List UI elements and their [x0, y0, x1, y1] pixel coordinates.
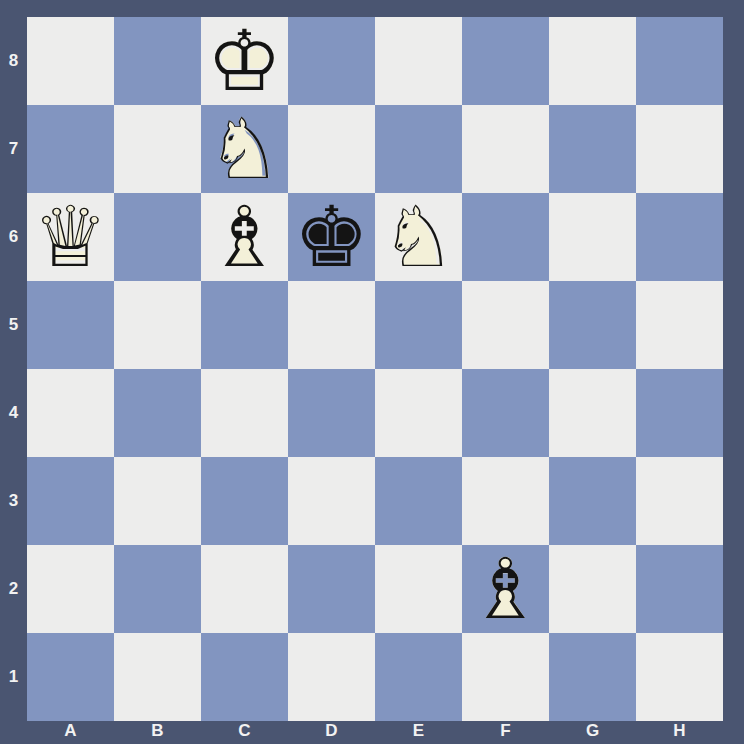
square-d4[interactable] [288, 369, 375, 457]
square-f8[interactable] [462, 17, 549, 105]
white-bishop-icon: ♗ [462, 545, 549, 633]
square-c3[interactable] [201, 457, 288, 545]
square-d1[interactable] [288, 633, 375, 721]
square-h3[interactable] [636, 457, 723, 545]
rank-label-1: 1 [0, 633, 27, 721]
rank-label-2: 2 [0, 545, 27, 633]
square-h1[interactable] [636, 633, 723, 721]
rank-label-7: 7 [0, 105, 27, 193]
piece-white-knight[interactable]: ♞♘ [201, 105, 288, 193]
square-d7[interactable] [288, 105, 375, 193]
square-a2[interactable] [27, 545, 114, 633]
square-f6[interactable] [462, 193, 549, 281]
square-c4[interactable] [201, 369, 288, 457]
white-knight-icon: ♘ [375, 193, 462, 281]
square-e2[interactable] [375, 545, 462, 633]
rank-label-5: 5 [0, 281, 27, 369]
square-c5[interactable] [201, 281, 288, 369]
square-f2[interactable]: ♝♗ [462, 545, 549, 633]
square-f4[interactable] [462, 369, 549, 457]
file-label-c: C [201, 721, 288, 744]
square-f7[interactable] [462, 105, 549, 193]
square-b4[interactable] [114, 369, 201, 457]
square-e3[interactable] [375, 457, 462, 545]
white-queen-icon: ♕ [27, 193, 114, 281]
piece-white-bishop[interactable]: ♝♗ [462, 545, 549, 633]
square-g5[interactable] [549, 281, 636, 369]
square-b6[interactable] [114, 193, 201, 281]
square-c6[interactable]: ♝♗ [201, 193, 288, 281]
piece-white-bishop[interactable]: ♝♗ [201, 193, 288, 281]
square-h8[interactable] [636, 17, 723, 105]
square-a1[interactable] [27, 633, 114, 721]
square-g3[interactable] [549, 457, 636, 545]
square-c2[interactable] [201, 545, 288, 633]
file-label-h: H [636, 721, 723, 744]
piece-black-king[interactable]: ♚ [288, 193, 375, 281]
square-a5[interactable] [27, 281, 114, 369]
square-g7[interactable] [549, 105, 636, 193]
file-label-d: D [288, 721, 375, 744]
white-bishop-icon: ♗ [201, 193, 288, 281]
square-e4[interactable] [375, 369, 462, 457]
square-a4[interactable] [27, 369, 114, 457]
square-c7[interactable]: ♞♘ [201, 105, 288, 193]
square-c1[interactable] [201, 633, 288, 721]
square-e5[interactable] [375, 281, 462, 369]
square-c8[interactable]: ♚♔ [201, 17, 288, 105]
square-g6[interactable] [549, 193, 636, 281]
square-e7[interactable] [375, 105, 462, 193]
square-g2[interactable] [549, 545, 636, 633]
file-label-a: A [27, 721, 114, 744]
rank-label-6: 6 [0, 193, 27, 281]
square-e8[interactable] [375, 17, 462, 105]
square-h4[interactable] [636, 369, 723, 457]
square-h6[interactable] [636, 193, 723, 281]
file-label-g: G [549, 721, 636, 744]
square-f1[interactable] [462, 633, 549, 721]
square-g4[interactable] [549, 369, 636, 457]
square-d8[interactable] [288, 17, 375, 105]
square-h7[interactable] [636, 105, 723, 193]
square-b7[interactable] [114, 105, 201, 193]
rank-label-3: 3 [0, 457, 27, 545]
square-d3[interactable] [288, 457, 375, 545]
square-d6[interactable]: ♚ [288, 193, 375, 281]
square-b3[interactable] [114, 457, 201, 545]
square-h5[interactable] [636, 281, 723, 369]
chess-board: 8♚♔7♞♘6♛♕♝♗♚♞♘5432♝♗1ABCDEFGH [0, 0, 744, 744]
square-f5[interactable] [462, 281, 549, 369]
file-label-e: E [375, 721, 462, 744]
piece-white-queen[interactable]: ♛♕ [27, 193, 114, 281]
rank-label-4: 4 [0, 369, 27, 457]
square-a7[interactable] [27, 105, 114, 193]
square-b1[interactable] [114, 633, 201, 721]
square-g1[interactable] [549, 633, 636, 721]
rank-label-8: 8 [0, 17, 27, 105]
black-king-icon: ♚ [288, 193, 375, 281]
square-e1[interactable] [375, 633, 462, 721]
board-frame: 8♚♔7♞♘6♛♕♝♗♚♞♘5432♝♗1ABCDEFGH [0, 0, 744, 744]
square-a8[interactable] [27, 17, 114, 105]
square-e6[interactable]: ♞♘ [375, 193, 462, 281]
square-a6[interactable]: ♛♕ [27, 193, 114, 281]
square-b2[interactable] [114, 545, 201, 633]
file-label-b: B [114, 721, 201, 744]
square-a3[interactable] [27, 457, 114, 545]
piece-white-knight[interactable]: ♞♘ [375, 193, 462, 281]
square-g8[interactable] [549, 17, 636, 105]
white-king-icon: ♔ [201, 17, 288, 105]
square-d5[interactable] [288, 281, 375, 369]
square-d2[interactable] [288, 545, 375, 633]
piece-white-king[interactable]: ♚♔ [201, 17, 288, 105]
square-b8[interactable] [114, 17, 201, 105]
white-knight-icon: ♘ [201, 105, 288, 193]
square-b5[interactable] [114, 281, 201, 369]
file-label-f: F [462, 721, 549, 744]
square-f3[interactable] [462, 457, 549, 545]
square-h2[interactable] [636, 545, 723, 633]
